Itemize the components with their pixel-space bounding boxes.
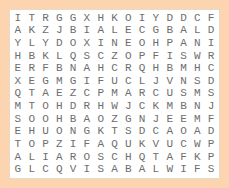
grid-cell-r5c12[interactable]: B: [163, 62, 177, 75]
grid-cell-r3c9[interactable]: E: [121, 37, 135, 50]
grid-cell-r13c14[interactable]: F: [190, 163, 204, 176]
grid-cell-r5c1[interactable]: E: [11, 62, 25, 75]
grid-cell-r13c1[interactable]: G: [11, 163, 25, 176]
grid-cell-r9c4[interactable]: H: [52, 113, 66, 126]
grid-cell-r7c14[interactable]: M: [190, 88, 204, 101]
grid-cell-r7c12[interactable]: U: [163, 88, 177, 101]
grid-cell-r7c10[interactable]: R: [135, 88, 149, 101]
grid-cell-r12c7[interactable]: S: [94, 151, 108, 164]
grid-cell-r9c15[interactable]: F: [204, 113, 218, 126]
grid-cell-r7c15[interactable]: S: [204, 88, 218, 101]
grid-cell-r4c9[interactable]: O: [121, 50, 135, 63]
grid-cell-r3c7[interactable]: I: [94, 37, 108, 50]
grid-cell-r8c2[interactable]: T: [25, 100, 39, 113]
grid-cell-r12c12[interactable]: A: [163, 151, 177, 164]
grid-cell-r3c12[interactable]: P: [163, 37, 177, 50]
grid-cell-r8c4[interactable]: H: [52, 100, 66, 113]
grid-cell-r5c14[interactable]: H: [190, 62, 204, 75]
grid-cell-r12c4[interactable]: A: [52, 151, 66, 164]
grid-cell-r1c3[interactable]: R: [39, 12, 53, 25]
grid-cell-r7c13[interactable]: S: [177, 88, 191, 101]
grid-cell-r1c1[interactable]: I: [11, 12, 25, 25]
grid-cell-r3c10[interactable]: O: [135, 37, 149, 50]
grid-cell-r10c3[interactable]: U: [39, 126, 53, 139]
grid-cell-r2c4[interactable]: J: [52, 25, 66, 38]
word-search-board: ITRGGXHKOIYDDCFAKZJBIALECGBALDYLYDOXINEO…: [9, 9, 220, 179]
grid-cell-r1c4[interactable]: G: [52, 12, 66, 25]
grid-cell-r5c13[interactable]: M: [177, 62, 191, 75]
grid-cell-r13c8[interactable]: A: [108, 163, 122, 176]
grid-cell-r11c4[interactable]: Z: [52, 138, 66, 151]
grid-cell-r13c6[interactable]: I: [80, 163, 94, 176]
grid-cell-r12c15[interactable]: P: [204, 151, 218, 164]
letter-grid: ITRGGXHKOIYDDCFAKZJBIALECGBALDYLYDOXINEO…: [10, 10, 219, 178]
grid-cell-r10c14[interactable]: A: [190, 126, 204, 139]
grid-cell-r8c12[interactable]: M: [163, 100, 177, 113]
grid-cell-r4c4[interactable]: L: [52, 50, 66, 63]
grid-cell-r1c13[interactable]: D: [177, 12, 191, 25]
grid-cell-r4c12[interactable]: I: [163, 50, 177, 63]
grid-cell-r12c5[interactable]: R: [66, 151, 80, 164]
grid-cell-r8c13[interactable]: B: [177, 100, 191, 113]
grid-cell-r9c11[interactable]: J: [149, 113, 163, 126]
grid-cell-r2c7[interactable]: A: [94, 25, 108, 38]
grid-cell-r6c15[interactable]: D: [204, 75, 218, 88]
grid-cell-r3c6[interactable]: X: [80, 37, 94, 50]
grid-cell-r4c5[interactable]: Q: [66, 50, 80, 63]
grid-cell-r6c9[interactable]: C: [121, 75, 135, 88]
grid-cell-r1c2[interactable]: T: [25, 12, 39, 25]
grid-cell-r12c11[interactable]: T: [149, 151, 163, 164]
grid-cell-r8c9[interactable]: J: [121, 100, 135, 113]
grid-cell-r13c13[interactable]: I: [177, 163, 191, 176]
grid-cell-r13c7[interactable]: S: [94, 163, 108, 176]
grid-cell-r11c2[interactable]: O: [25, 138, 39, 151]
grid-cell-r5c6[interactable]: A: [80, 62, 94, 75]
grid-cell-r13c12[interactable]: W: [163, 163, 177, 176]
grid-cell-r1c12[interactable]: D: [163, 12, 177, 25]
grid-cell-r11c11[interactable]: V: [149, 138, 163, 151]
grid-cell-r7c5[interactable]: Z: [66, 88, 80, 101]
grid-cell-r8c7[interactable]: H: [94, 100, 108, 113]
grid-cell-r9c12[interactable]: E: [163, 113, 177, 126]
grid-cell-r7c4[interactable]: E: [52, 88, 66, 101]
grid-cell-r1c8[interactable]: K: [108, 12, 122, 25]
grid-cell-r3c13[interactable]: A: [177, 37, 191, 50]
grid-cell-r13c15[interactable]: S: [204, 163, 218, 176]
grid-cell-r6c10[interactable]: L: [135, 75, 149, 88]
grid-cell-r5c4[interactable]: B: [52, 62, 66, 75]
grid-cell-r5c15[interactable]: C: [204, 62, 218, 75]
grid-cell-r8c8[interactable]: W: [108, 100, 122, 113]
grid-cell-r1c9[interactable]: O: [121, 12, 135, 25]
grid-cell-r11c7[interactable]: A: [94, 138, 108, 151]
grid-cell-r4c15[interactable]: R: [204, 50, 218, 63]
grid-cell-r8c1[interactable]: M: [11, 100, 25, 113]
grid-cell-r1c15[interactable]: F: [204, 12, 218, 25]
grid-cell-r3c2[interactable]: L: [25, 37, 39, 50]
grid-cell-r4c2[interactable]: B: [25, 50, 39, 63]
grid-cell-r2c15[interactable]: D: [204, 25, 218, 38]
grid-cell-r6c2[interactable]: E: [25, 75, 39, 88]
grid-cell-r5c8[interactable]: C: [108, 62, 122, 75]
grid-cell-r5c7[interactable]: H: [94, 62, 108, 75]
grid-cell-r7c6[interactable]: C: [80, 88, 94, 101]
grid-cell-r10c11[interactable]: C: [149, 126, 163, 139]
grid-cell-r5c11[interactable]: H: [149, 62, 163, 75]
grid-cell-r13c4[interactable]: Q: [52, 163, 66, 176]
grid-cell-r3c15[interactable]: I: [204, 37, 218, 50]
grid-cell-r8c10[interactable]: C: [135, 100, 149, 113]
grid-cell-r10c4[interactable]: O: [52, 126, 66, 139]
grid-cell-r11c9[interactable]: U: [121, 138, 135, 151]
grid-cell-r8c11[interactable]: K: [149, 100, 163, 113]
grid-cell-r8c14[interactable]: N: [190, 100, 204, 113]
grid-cell-r11c14[interactable]: W: [190, 138, 204, 151]
grid-cell-r10c13[interactable]: O: [177, 126, 191, 139]
grid-cell-r3c8[interactable]: N: [108, 37, 122, 50]
grid-cell-r7c2[interactable]: T: [25, 88, 39, 101]
grid-cell-r12c1[interactable]: A: [11, 151, 25, 164]
grid-cell-r9c6[interactable]: A: [80, 113, 94, 126]
grid-cell-r12c10[interactable]: Q: [135, 151, 149, 164]
grid-cell-r12c3[interactable]: I: [39, 151, 53, 164]
grid-cell-r1c14[interactable]: C: [190, 12, 204, 25]
grid-cell-r10c7[interactable]: K: [94, 126, 108, 139]
grid-cell-r10c5[interactable]: N: [66, 126, 80, 139]
grid-cell-r10c10[interactable]: D: [135, 126, 149, 139]
grid-cell-r9c3[interactable]: O: [39, 113, 53, 126]
grid-cell-r1c10[interactable]: I: [135, 12, 149, 25]
grid-cell-r4c7[interactable]: C: [94, 50, 108, 63]
grid-cell-r11c10[interactable]: K: [135, 138, 149, 151]
grid-cell-r1c7[interactable]: H: [94, 12, 108, 25]
grid-cell-r2c8[interactable]: L: [108, 25, 122, 38]
grid-cell-r5c9[interactable]: R: [121, 62, 135, 75]
grid-cell-r8c15[interactable]: J: [204, 100, 218, 113]
grid-cell-r10c6[interactable]: G: [80, 126, 94, 139]
grid-cell-r6c8[interactable]: U: [108, 75, 122, 88]
grid-cell-r3c5[interactable]: O: [66, 37, 80, 50]
grid-cell-r10c12[interactable]: A: [163, 126, 177, 139]
grid-cell-r4c1[interactable]: H: [11, 50, 25, 63]
grid-cell-r4c10[interactable]: P: [135, 50, 149, 63]
grid-cell-r12c9[interactable]: H: [121, 151, 135, 164]
grid-cell-r2c3[interactable]: Z: [39, 25, 53, 38]
grid-cell-r9c5[interactable]: B: [66, 113, 80, 126]
grid-cell-r13c2[interactable]: L: [25, 163, 39, 176]
grid-cell-r11c8[interactable]: Q: [108, 138, 122, 151]
grid-cell-r11c5[interactable]: I: [66, 138, 80, 151]
grid-cell-r4c6[interactable]: S: [80, 50, 94, 63]
grid-cell-r5c3[interactable]: F: [39, 62, 53, 75]
grid-cell-r7c3[interactable]: A: [39, 88, 53, 101]
grid-cell-r2c6[interactable]: I: [80, 25, 94, 38]
grid-cell-r12c8[interactable]: C: [108, 151, 122, 164]
grid-cell-r2c1[interactable]: A: [11, 25, 25, 38]
grid-cell-r8c3[interactable]: O: [39, 100, 53, 113]
grid-cell-r5c2[interactable]: R: [25, 62, 39, 75]
grid-cell-r4c14[interactable]: W: [190, 50, 204, 63]
grid-cell-r9c8[interactable]: Z: [108, 113, 122, 126]
grid-cell-r10c2[interactable]: H: [25, 126, 39, 139]
grid-cell-r6c4[interactable]: M: [52, 75, 66, 88]
grid-cell-r5c10[interactable]: Q: [135, 62, 149, 75]
grid-cell-r10c15[interactable]: D: [204, 126, 218, 139]
grid-cell-r6c6[interactable]: I: [80, 75, 94, 88]
grid-cell-r11c3[interactable]: P: [39, 138, 53, 151]
grid-cell-r7c7[interactable]: P: [94, 88, 108, 101]
grid-cell-r2c13[interactable]: A: [177, 25, 191, 38]
grid-cell-r6c12[interactable]: V: [163, 75, 177, 88]
grid-cell-r7c9[interactable]: A: [121, 88, 135, 101]
grid-cell-r11c6[interactable]: F: [80, 138, 94, 151]
grid-cell-r2c5[interactable]: B: [66, 25, 80, 38]
grid-cell-r6c14[interactable]: S: [190, 75, 204, 88]
grid-cell-r11c12[interactable]: U: [163, 138, 177, 151]
grid-cell-r8c6[interactable]: R: [80, 100, 94, 113]
grid-cell-r13c3[interactable]: C: [39, 163, 53, 176]
grid-cell-r3c14[interactable]: N: [190, 37, 204, 50]
grid-cell-r2c2[interactable]: K: [25, 25, 39, 38]
grid-cell-r7c11[interactable]: C: [149, 88, 163, 101]
grid-cell-r1c5[interactable]: G: [66, 12, 80, 25]
grid-cell-r9c1[interactable]: S: [11, 113, 25, 126]
grid-cell-r12c6[interactable]: O: [80, 151, 94, 164]
grid-cell-r6c1[interactable]: X: [11, 75, 25, 88]
grid-cell-r9c2[interactable]: O: [25, 113, 39, 126]
grid-cell-r7c1[interactable]: Q: [11, 88, 25, 101]
grid-cell-r6c3[interactable]: G: [39, 75, 53, 88]
grid-cell-r10c8[interactable]: T: [108, 126, 122, 139]
grid-cell-r2c14[interactable]: L: [190, 25, 204, 38]
grid-cell-r7c8[interactable]: M: [108, 88, 122, 101]
grid-cell-r2c12[interactable]: B: [163, 25, 177, 38]
grid-cell-r3c3[interactable]: Y: [39, 37, 53, 50]
grid-cell-r13c11[interactable]: L: [149, 163, 163, 176]
grid-cell-r9c10[interactable]: N: [135, 113, 149, 126]
grid-cell-r3c11[interactable]: H: [149, 37, 163, 50]
grid-cell-r5c5[interactable]: N: [66, 62, 80, 75]
grid-cell-r12c14[interactable]: K: [190, 151, 204, 164]
grid-cell-r11c15[interactable]: P: [204, 138, 218, 151]
grid-cell-r4c3[interactable]: K: [39, 50, 53, 63]
grid-cell-r4c8[interactable]: Z: [108, 50, 122, 63]
grid-cell-r1c6[interactable]: X: [80, 12, 94, 25]
grid-cell-r9c14[interactable]: M: [190, 113, 204, 126]
grid-cell-r9c9[interactable]: G: [121, 113, 135, 126]
grid-cell-r3c4[interactable]: D: [52, 37, 66, 50]
grid-cell-r3c1[interactable]: Y: [11, 37, 25, 50]
grid-cell-r2c10[interactable]: C: [135, 25, 149, 38]
grid-cell-r13c5[interactable]: V: [66, 163, 80, 176]
grid-cell-r4c13[interactable]: S: [177, 50, 191, 63]
grid-cell-r11c1[interactable]: T: [11, 138, 25, 151]
grid-cell-r13c9[interactable]: B: [121, 163, 135, 176]
grid-cell-r6c7[interactable]: F: [94, 75, 108, 88]
grid-cell-r4c11[interactable]: F: [149, 50, 163, 63]
grid-cell-r12c13[interactable]: F: [177, 151, 191, 164]
grid-cell-r9c7[interactable]: O: [94, 113, 108, 126]
grid-cell-r10c9[interactable]: S: [121, 126, 135, 139]
grid-cell-r12c2[interactable]: L: [25, 151, 39, 164]
grid-cell-r6c5[interactable]: G: [66, 75, 80, 88]
grid-cell-r8c5[interactable]: D: [66, 100, 80, 113]
grid-cell-r2c9[interactable]: E: [121, 25, 135, 38]
grid-cell-r13c10[interactable]: A: [135, 163, 149, 176]
grid-cell-r6c13[interactable]: N: [177, 75, 191, 88]
grid-cell-r11c13[interactable]: C: [177, 138, 191, 151]
grid-cell-r10c1[interactable]: E: [11, 126, 25, 139]
grid-cell-r9c13[interactable]: E: [177, 113, 191, 126]
grid-cell-r2c11[interactable]: G: [149, 25, 163, 38]
grid-cell-r6c11[interactable]: J: [149, 75, 163, 88]
grid-cell-r1c11[interactable]: Y: [149, 12, 163, 25]
